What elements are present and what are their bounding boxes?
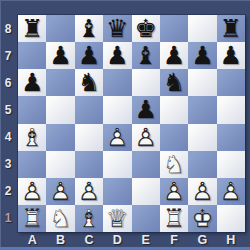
square-d7[interactable]: ♟ bbox=[103, 42, 131, 69]
piece-white-pawn: ♙ bbox=[160, 178, 188, 205]
square-h7[interactable]: ♟ bbox=[217, 42, 245, 69]
piece-white-bishop: ♗ bbox=[18, 124, 46, 151]
rank-label-6: 6 bbox=[0, 69, 16, 96]
square-g7[interactable]: ♟ bbox=[188, 42, 216, 69]
file-label-c: C bbox=[75, 232, 103, 247]
file-label-b: B bbox=[46, 232, 74, 247]
square-f2[interactable]: ♟♙ bbox=[160, 178, 188, 205]
square-d6[interactable] bbox=[103, 69, 131, 96]
square-c7[interactable]: ♟ bbox=[75, 42, 103, 69]
rank-label-1: 1 bbox=[0, 205, 16, 232]
piece-black-rook: ♜ bbox=[18, 15, 46, 42]
piece-white-bishop: ♗ bbox=[75, 205, 103, 232]
square-h4[interactable] bbox=[217, 124, 245, 151]
piece-white-pawn: ♙ bbox=[75, 178, 103, 205]
square-b3[interactable] bbox=[46, 151, 74, 178]
piece-white-knight: ♘ bbox=[160, 151, 188, 178]
square-f1[interactable]: ♜♖ bbox=[160, 205, 188, 232]
square-e8[interactable]: ♚ bbox=[132, 15, 160, 42]
piece-black-knight: ♞ bbox=[160, 69, 188, 96]
square-h8[interactable]: ♜ bbox=[217, 15, 245, 42]
piece-white-rook: ♖ bbox=[18, 205, 46, 232]
square-a4[interactable]: ♝♗ bbox=[18, 124, 46, 151]
piece-black-pawn: ♟ bbox=[132, 96, 160, 123]
square-e3[interactable] bbox=[132, 151, 160, 178]
piece-white-rook-fill: ♜ bbox=[18, 205, 46, 232]
square-f8[interactable] bbox=[160, 15, 188, 42]
piece-black-pawn: ♟ bbox=[103, 42, 131, 69]
square-b5[interactable] bbox=[46, 96, 74, 123]
piece-white-rook-fill: ♜ bbox=[160, 205, 188, 232]
piece-black-rook: ♜ bbox=[217, 15, 245, 42]
square-e1[interactable] bbox=[132, 205, 160, 232]
piece-black-pawn: ♟ bbox=[160, 42, 188, 69]
square-b2[interactable]: ♟♙ bbox=[46, 178, 74, 205]
piece-black-pawn: ♟ bbox=[75, 42, 103, 69]
piece-white-pawn-fill: ♟ bbox=[46, 178, 74, 205]
rank-label-4: 4 bbox=[0, 124, 16, 151]
square-g5[interactable] bbox=[188, 96, 216, 123]
piece-white-pawn: ♙ bbox=[103, 124, 131, 151]
file-label-e: E bbox=[132, 232, 160, 247]
square-g8[interactable] bbox=[188, 15, 216, 42]
rank-label-2: 2 bbox=[0, 178, 16, 205]
rank-label-8: 8 bbox=[0, 15, 16, 42]
piece-white-pawn: ♙ bbox=[18, 178, 46, 205]
piece-black-pawn: ♟ bbox=[217, 42, 245, 69]
piece-black-bishop: ♝ bbox=[132, 42, 160, 69]
rank-label-5: 5 bbox=[0, 96, 16, 123]
square-b1[interactable]: ♞♘ bbox=[46, 205, 74, 232]
piece-white-pawn: ♙ bbox=[217, 178, 245, 205]
square-h6[interactable] bbox=[217, 69, 245, 96]
square-d5[interactable] bbox=[103, 96, 131, 123]
piece-white-king: ♔ bbox=[188, 205, 216, 232]
square-d1[interactable]: ♛♕ bbox=[103, 205, 131, 232]
square-c2[interactable]: ♟♙ bbox=[75, 178, 103, 205]
rank-label-3: 3 bbox=[0, 151, 16, 178]
square-g1[interactable]: ♚♔ bbox=[188, 205, 216, 232]
square-e5[interactable]: ♟ bbox=[132, 96, 160, 123]
piece-white-pawn: ♙ bbox=[188, 178, 216, 205]
square-f6[interactable]: ♞ bbox=[160, 69, 188, 96]
piece-white-pawn-fill: ♟ bbox=[160, 178, 188, 205]
square-f7[interactable]: ♟ bbox=[160, 42, 188, 69]
square-d4[interactable]: ♟♙ bbox=[103, 124, 131, 151]
file-label-a: A bbox=[18, 232, 46, 247]
chess-board: ♜♝♛♚♜♟♟♟♝♟♟♟♟♞♞♟♝♗♟♙♟♙♞♘♟♙♟♙♟♙♟♙♟♙♟♙♜♖♞♘… bbox=[18, 15, 245, 232]
piece-white-knight-fill: ♞ bbox=[160, 151, 188, 178]
piece-black-pawn: ♟ bbox=[188, 42, 216, 69]
square-c8[interactable]: ♝ bbox=[75, 15, 103, 42]
piece-white-pawn-fill: ♟ bbox=[217, 178, 245, 205]
square-f5[interactable] bbox=[160, 96, 188, 123]
square-d8[interactable]: ♛ bbox=[103, 15, 131, 42]
square-a1[interactable]: ♜♖ bbox=[18, 205, 46, 232]
square-e2[interactable] bbox=[132, 178, 160, 205]
piece-white-pawn-fill: ♟ bbox=[132, 124, 160, 151]
rank-label-7: 7 bbox=[0, 42, 16, 69]
rank-labels: 87654321 bbox=[0, 15, 16, 232]
file-labels: ABCDEFGH bbox=[18, 232, 245, 247]
square-h1[interactable] bbox=[217, 205, 245, 232]
square-h5[interactable] bbox=[217, 96, 245, 123]
square-g3[interactable] bbox=[188, 151, 216, 178]
piece-black-king: ♚ bbox=[132, 15, 160, 42]
square-a6[interactable]: ♟ bbox=[18, 69, 46, 96]
piece-white-pawn-fill: ♟ bbox=[75, 178, 103, 205]
piece-white-pawn-fill: ♟ bbox=[188, 178, 216, 205]
square-b6[interactable] bbox=[46, 69, 74, 96]
file-label-f: F bbox=[160, 232, 188, 247]
square-c1[interactable]: ♝♗ bbox=[75, 205, 103, 232]
square-a8[interactable]: ♜ bbox=[18, 15, 46, 42]
piece-black-pawn: ♟ bbox=[46, 42, 74, 69]
square-a7[interactable] bbox=[18, 42, 46, 69]
piece-white-pawn-fill: ♟ bbox=[103, 124, 131, 151]
square-e4[interactable]: ♟♙ bbox=[132, 124, 160, 151]
square-h3[interactable] bbox=[217, 151, 245, 178]
piece-white-pawn: ♙ bbox=[132, 124, 160, 151]
square-a3[interactable] bbox=[18, 151, 46, 178]
square-f3[interactable]: ♞♘ bbox=[160, 151, 188, 178]
square-e6[interactable] bbox=[132, 69, 160, 96]
piece-black-bishop: ♝ bbox=[75, 15, 103, 42]
chess-diagram: ♜♝♛♚♜♟♟♟♝♟♟♟♟♞♞♟♝♗♟♙♟♙♞♘♟♙♟♙♟♙♟♙♟♙♟♙♜♖♞♘… bbox=[0, 0, 250, 250]
square-g2[interactable]: ♟♙ bbox=[188, 178, 216, 205]
piece-white-bishop-fill: ♝ bbox=[18, 124, 46, 151]
piece-white-pawn: ♙ bbox=[46, 178, 74, 205]
piece-white-bishop-fill: ♝ bbox=[75, 205, 103, 232]
piece-black-queen: ♛ bbox=[103, 15, 131, 42]
piece-white-queen-fill: ♛ bbox=[103, 205, 131, 232]
square-d2[interactable] bbox=[103, 178, 131, 205]
square-c3[interactable] bbox=[75, 151, 103, 178]
square-a2[interactable]: ♟♙ bbox=[18, 178, 46, 205]
piece-white-knight-fill: ♞ bbox=[46, 205, 74, 232]
square-c6[interactable]: ♞ bbox=[75, 69, 103, 96]
square-g4[interactable] bbox=[188, 124, 216, 151]
square-f4[interactable] bbox=[160, 124, 188, 151]
piece-black-knight: ♞ bbox=[75, 69, 103, 96]
square-d3[interactable] bbox=[103, 151, 131, 178]
square-b4[interactable] bbox=[46, 124, 74, 151]
square-g6[interactable] bbox=[188, 69, 216, 96]
file-label-d: D bbox=[103, 232, 131, 247]
piece-white-queen: ♕ bbox=[103, 205, 131, 232]
square-b8[interactable] bbox=[46, 15, 74, 42]
square-c4[interactable] bbox=[75, 124, 103, 151]
piece-white-knight: ♘ bbox=[46, 205, 74, 232]
square-e7[interactable]: ♝ bbox=[132, 42, 160, 69]
file-label-h: H bbox=[217, 232, 245, 247]
square-b7[interactable]: ♟ bbox=[46, 42, 74, 69]
piece-black-pawn: ♟ bbox=[18, 69, 46, 96]
piece-white-rook: ♖ bbox=[160, 205, 188, 232]
piece-white-pawn-fill: ♟ bbox=[18, 178, 46, 205]
square-h2[interactable]: ♟♙ bbox=[217, 178, 245, 205]
square-a5[interactable] bbox=[18, 96, 46, 123]
piece-white-king-fill: ♚ bbox=[188, 205, 216, 232]
file-label-g: G bbox=[188, 232, 216, 247]
square-c5[interactable] bbox=[75, 96, 103, 123]
